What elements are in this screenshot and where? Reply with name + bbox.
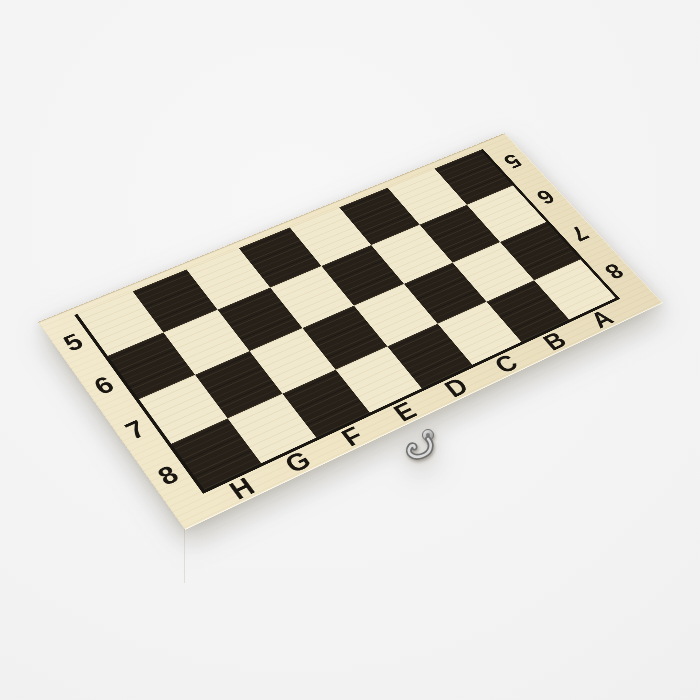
chess-box: HGFEDCBA 5678 5678: [0, 0, 700, 700]
clasp-hook-icon: [401, 424, 445, 468]
photo-backdrop: HGFEDCBA 5678 5678: [0, 0, 700, 700]
